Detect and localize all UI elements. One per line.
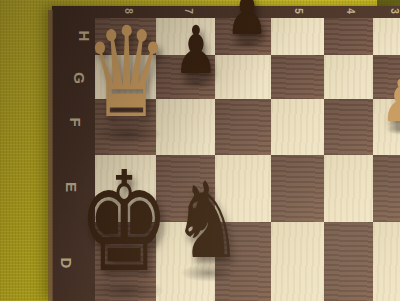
rank-label-4: 4 — [345, 8, 355, 14]
square-d5 — [271, 222, 324, 301]
square-g4 — [324, 55, 373, 99]
square-h3 — [373, 18, 400, 55]
chessboard-photo: HGFED876543 ♛♚♞♟♟♟ — [0, 0, 400, 301]
square-e5 — [271, 155, 324, 222]
square-f5 — [271, 99, 324, 155]
file-label-d: D — [59, 258, 74, 269]
piece-black-pawn-g7: ♟ — [171, 18, 221, 84]
square-d4 — [324, 222, 373, 301]
square-h5 — [271, 18, 324, 55]
piece-black-king-d8: ♚ — [72, 154, 176, 292]
square-g6 — [215, 55, 271, 99]
rank-label-3: 3 — [389, 8, 399, 14]
rank-label-5: 5 — [293, 8, 303, 14]
square-h4 — [324, 18, 373, 55]
square-d3 — [373, 222, 400, 301]
square-e4 — [324, 155, 373, 222]
square-f4 — [324, 99, 373, 155]
piece-white-queen-f8: ♛ — [79, 10, 173, 135]
square-g5 — [271, 55, 324, 99]
board-side-edge — [48, 10, 53, 301]
square-e3 — [373, 155, 400, 222]
piece-white-pawn-f3: ♟ — [379, 72, 400, 130]
piece-black-pawn-h6: ♟ — [223, 0, 271, 44]
square-f6 — [215, 99, 271, 155]
piece-black-knight-d7: ♞ — [168, 169, 247, 274]
